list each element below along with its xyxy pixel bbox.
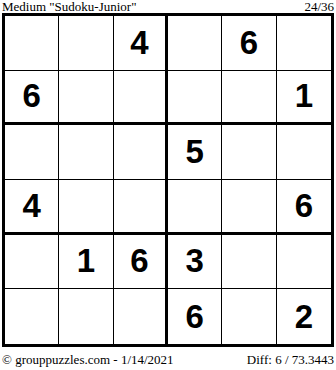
- cell-r5c4[interactable]: 3: [168, 235, 222, 290]
- difficulty-text: Diff: 6 / 73.3443: [247, 353, 334, 367]
- cell-r5c1[interactable]: [5, 235, 59, 290]
- cell-r4c2[interactable]: [59, 180, 113, 235]
- cell-r2c3[interactable]: [114, 71, 168, 126]
- cell-r4c4[interactable]: [168, 180, 222, 235]
- copyright-text: © grouppuzzles.com - 1/14/2021: [2, 353, 174, 367]
- cell-r3c3[interactable]: [114, 125, 168, 180]
- header: Medium "Sudoku-Junior" 24/36: [2, 0, 334, 13]
- cell-r2c5[interactable]: [222, 71, 276, 126]
- cell-r4c1[interactable]: 4: [5, 180, 59, 235]
- cell-r5c2[interactable]: 1: [59, 235, 113, 290]
- cell-r3c4[interactable]: 5: [168, 125, 222, 180]
- cell-r3c2[interactable]: [59, 125, 113, 180]
- cell-r1c2[interactable]: [59, 16, 113, 71]
- cell-r6c4[interactable]: 6: [168, 289, 222, 344]
- cell-r1c6[interactable]: [277, 16, 331, 71]
- cell-r2c4[interactable]: [168, 71, 222, 126]
- cell-r5c5[interactable]: [222, 235, 276, 290]
- cell-r4c6[interactable]: 6: [277, 180, 331, 235]
- cell-r6c1[interactable]: [5, 289, 59, 344]
- cell-r1c1[interactable]: [5, 16, 59, 71]
- cell-r5c6[interactable]: [277, 235, 331, 290]
- cell-r1c3[interactable]: 4: [114, 16, 168, 71]
- cell-r4c3[interactable]: [114, 180, 168, 235]
- cells-remaining-counter: 24/36: [304, 0, 334, 13]
- footer: © grouppuzzles.com - 1/14/2021 Diff: 6 /…: [2, 353, 334, 367]
- cell-r3c6[interactable]: [277, 125, 331, 180]
- cell-r6c3[interactable]: [114, 289, 168, 344]
- cell-r5c3[interactable]: 6: [114, 235, 168, 290]
- puzzle-page: Medium "Sudoku-Junior" 24/36 46615461636…: [0, 0, 336, 370]
- cell-r3c1[interactable]: [5, 125, 59, 180]
- cell-r6c2[interactable]: [59, 289, 113, 344]
- cell-r2c1[interactable]: 6: [5, 71, 59, 126]
- cell-r2c2[interactable]: [59, 71, 113, 126]
- cell-r3c5[interactable]: [222, 125, 276, 180]
- cell-r6c6[interactable]: 2: [277, 289, 331, 344]
- cell-r1c4[interactable]: [168, 16, 222, 71]
- cell-r4c5[interactable]: [222, 180, 276, 235]
- sudoku-grid: 466154616362: [2, 13, 334, 347]
- puzzle-title: Medium "Sudoku-Junior": [2, 0, 136, 13]
- cell-r1c5[interactable]: 6: [222, 16, 276, 71]
- cell-r2c6[interactable]: 1: [277, 71, 331, 126]
- cell-r6c5[interactable]: [222, 289, 276, 344]
